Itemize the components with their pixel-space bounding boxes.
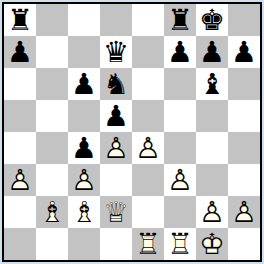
square-g5[interactable] [196, 100, 228, 132]
piece-glyph: ♟ [100, 100, 132, 132]
square-h3[interactable] [228, 164, 260, 196]
piece-black-pawn[interactable]: ♟ [68, 68, 100, 100]
square-e4[interactable]: ♟♙ [132, 132, 164, 164]
square-d4[interactable]: ♟♙ [100, 132, 132, 164]
square-c8[interactable] [68, 4, 100, 36]
piece-glyph: ♙ [100, 132, 132, 164]
square-e3[interactable] [132, 164, 164, 196]
square-g6[interactable]: ♝ [196, 68, 228, 100]
square-f3[interactable]: ♟♙ [164, 164, 196, 196]
piece-glyph: ♔ [196, 228, 228, 260]
piece-glyph: ♗ [68, 196, 100, 228]
square-b1[interactable] [36, 228, 68, 260]
piece-white-rook[interactable]: ♜♖ [164, 228, 196, 260]
square-a5[interactable] [4, 100, 36, 132]
square-h1[interactable] [228, 228, 260, 260]
square-f8[interactable]: ♜ [164, 4, 196, 36]
square-f1[interactable]: ♜♖ [164, 228, 196, 260]
square-c5[interactable] [68, 100, 100, 132]
piece-white-rook[interactable]: ♜♖ [132, 228, 164, 260]
square-d3[interactable] [100, 164, 132, 196]
square-f6[interactable] [164, 68, 196, 100]
piece-glyph: ♙ [164, 164, 196, 196]
square-d8[interactable] [100, 4, 132, 36]
piece-glyph: ♙ [196, 196, 228, 228]
piece-white-pawn[interactable]: ♟♙ [68, 164, 100, 196]
piece-black-pawn[interactable]: ♟ [68, 132, 100, 164]
piece-white-pawn[interactable]: ♟♙ [132, 132, 164, 164]
piece-glyph: ♟ [68, 132, 100, 164]
square-h6[interactable] [228, 68, 260, 100]
piece-white-pawn[interactable]: ♟♙ [100, 132, 132, 164]
square-g7[interactable]: ♟ [196, 36, 228, 68]
piece-glyph: ♕ [100, 196, 132, 228]
square-g1[interactable]: ♚♔ [196, 228, 228, 260]
square-g3[interactable] [196, 164, 228, 196]
square-e5[interactable] [132, 100, 164, 132]
square-g8[interactable]: ♚ [196, 4, 228, 36]
square-b7[interactable] [36, 36, 68, 68]
square-d7[interactable]: ♛ [100, 36, 132, 68]
piece-glyph: ♙ [228, 196, 260, 228]
piece-glyph: ♟ [4, 36, 36, 68]
piece-glyph: ♖ [164, 228, 196, 260]
square-a4[interactable] [4, 132, 36, 164]
square-b6[interactable] [36, 68, 68, 100]
piece-white-queen[interactable]: ♛♕ [100, 196, 132, 228]
square-c4[interactable]: ♟ [68, 132, 100, 164]
square-h5[interactable] [228, 100, 260, 132]
square-a2[interactable] [4, 196, 36, 228]
piece-white-pawn[interactable]: ♟♙ [196, 196, 228, 228]
square-b5[interactable] [36, 100, 68, 132]
piece-glyph: ♙ [68, 164, 100, 196]
square-d1[interactable] [100, 228, 132, 260]
square-e8[interactable] [132, 4, 164, 36]
board-frame: ♜♜♚♟♛♟♟♟♟♞♝♟♟♟♙♟♙♟♙♟♙♟♙♝♗♝♗♛♕♟♙♟♙♜♖♜♖♚♔ [0, 0, 264, 264]
square-a3[interactable]: ♟♙ [4, 164, 36, 196]
square-d5[interactable]: ♟ [100, 100, 132, 132]
square-g4[interactable] [196, 132, 228, 164]
piece-glyph: ♝ [196, 68, 228, 100]
square-a8[interactable]: ♜ [4, 4, 36, 36]
square-c1[interactable] [68, 228, 100, 260]
square-b8[interactable] [36, 4, 68, 36]
square-h4[interactable] [228, 132, 260, 164]
piece-white-king[interactable]: ♚♔ [196, 228, 228, 260]
piece-black-pawn[interactable]: ♟ [196, 36, 228, 68]
square-d2[interactable]: ♛♕ [100, 196, 132, 228]
square-b4[interactable] [36, 132, 68, 164]
piece-white-bishop[interactable]: ♝♗ [36, 196, 68, 228]
piece-black-pawn[interactable]: ♟ [100, 100, 132, 132]
square-f5[interactable] [164, 100, 196, 132]
piece-black-pawn[interactable]: ♟ [4, 36, 36, 68]
piece-black-queen[interactable]: ♛ [100, 36, 132, 68]
piece-glyph: ♖ [132, 228, 164, 260]
piece-white-pawn[interactable]: ♟♙ [4, 164, 36, 196]
square-f2[interactable] [164, 196, 196, 228]
piece-glyph: ♙ [4, 164, 36, 196]
piece-black-rook[interactable]: ♜ [164, 4, 196, 36]
piece-glyph: ♛ [100, 36, 132, 68]
square-b3[interactable] [36, 164, 68, 196]
chess-board: ♜♜♚♟♛♟♟♟♟♞♝♟♟♟♙♟♙♟♙♟♙♟♙♝♗♝♗♛♕♟♙♟♙♜♖♜♖♚♔ [4, 4, 260, 260]
piece-black-rook[interactable]: ♜ [4, 4, 36, 36]
square-g2[interactable]: ♟♙ [196, 196, 228, 228]
square-e1[interactable]: ♜♖ [132, 228, 164, 260]
piece-glyph: ♚ [196, 4, 228, 36]
square-e6[interactable] [132, 68, 164, 100]
square-a7[interactable]: ♟ [4, 36, 36, 68]
piece-glyph: ♟ [196, 36, 228, 68]
square-b2[interactable]: ♝♗ [36, 196, 68, 228]
piece-white-bishop[interactable]: ♝♗ [68, 196, 100, 228]
square-h7[interactable]: ♟ [228, 36, 260, 68]
square-f4[interactable] [164, 132, 196, 164]
square-c2[interactable]: ♝♗ [68, 196, 100, 228]
piece-black-knight[interactable]: ♞ [100, 68, 132, 100]
square-a6[interactable] [4, 68, 36, 100]
piece-black-pawn[interactable]: ♟ [228, 36, 260, 68]
piece-black-pawn[interactable]: ♟ [164, 36, 196, 68]
piece-white-pawn[interactable]: ♟♙ [228, 196, 260, 228]
piece-glyph: ♟ [164, 36, 196, 68]
piece-glyph: ♞ [100, 68, 132, 100]
square-a1[interactable] [4, 228, 36, 260]
piece-glyph: ♙ [132, 132, 164, 164]
square-h2[interactable]: ♟♙ [228, 196, 260, 228]
piece-white-pawn[interactable]: ♟♙ [164, 164, 196, 196]
square-c6[interactable]: ♟ [68, 68, 100, 100]
square-c3[interactable]: ♟♙ [68, 164, 100, 196]
piece-glyph: ♜ [164, 4, 196, 36]
piece-glyph: ♗ [36, 196, 68, 228]
square-e2[interactable] [132, 196, 164, 228]
piece-glyph: ♟ [228, 36, 260, 68]
square-e7[interactable] [132, 36, 164, 68]
square-f7[interactable]: ♟ [164, 36, 196, 68]
piece-glyph: ♟ [68, 68, 100, 100]
piece-black-bishop[interactable]: ♝ [196, 68, 228, 100]
board-border: ♜♜♚♟♛♟♟♟♟♞♝♟♟♟♙♟♙♟♙♟♙♟♙♝♗♝♗♛♕♟♙♟♙♜♖♜♖♚♔ [2, 2, 262, 262]
piece-black-king[interactable]: ♚ [196, 4, 228, 36]
square-d6[interactable]: ♞ [100, 68, 132, 100]
square-h8[interactable] [228, 4, 260, 36]
square-c7[interactable] [68, 36, 100, 68]
piece-glyph: ♜ [4, 4, 36, 36]
